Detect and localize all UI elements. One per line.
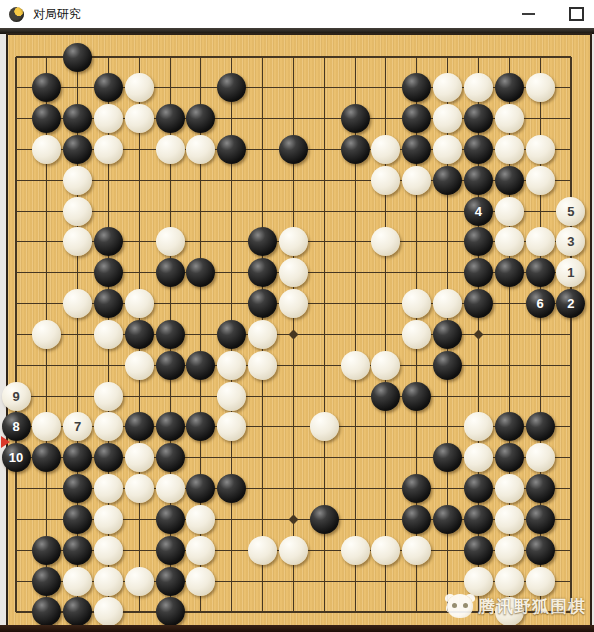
stone-white[interactable] bbox=[495, 474, 524, 503]
stone-white[interactable] bbox=[464, 443, 493, 472]
stone-black[interactable] bbox=[526, 289, 555, 318]
stone-white[interactable] bbox=[371, 135, 400, 164]
stone-black[interactable] bbox=[526, 258, 555, 287]
stone-black[interactable] bbox=[341, 135, 370, 164]
stone-black[interactable] bbox=[32, 443, 61, 472]
stone-white[interactable] bbox=[186, 536, 215, 565]
stone-black[interactable] bbox=[156, 104, 185, 133]
stone-black[interactable] bbox=[156, 320, 185, 349]
stone-white[interactable] bbox=[156, 474, 185, 503]
stone-white[interactable] bbox=[371, 166, 400, 195]
stone-white[interactable] bbox=[94, 536, 123, 565]
stone-white[interactable] bbox=[217, 351, 246, 380]
stone-white[interactable] bbox=[495, 135, 524, 164]
stone-black[interactable] bbox=[217, 135, 246, 164]
stone-black[interactable] bbox=[526, 505, 555, 534]
stone-white[interactable] bbox=[125, 443, 154, 472]
stone-white[interactable] bbox=[125, 104, 154, 133]
stone-black[interactable] bbox=[402, 104, 431, 133]
stone-white[interactable] bbox=[279, 536, 308, 565]
stone-white[interactable] bbox=[279, 289, 308, 318]
stone-black[interactable] bbox=[464, 166, 493, 195]
stone-white[interactable] bbox=[371, 536, 400, 565]
stone-black[interactable] bbox=[310, 505, 339, 534]
grid-vline bbox=[15, 57, 17, 612]
stone-white[interactable] bbox=[310, 412, 339, 441]
stone-black[interactable] bbox=[32, 104, 61, 133]
stone-white[interactable] bbox=[433, 73, 462, 102]
stone-white[interactable] bbox=[495, 104, 524, 133]
star-point bbox=[289, 330, 299, 340]
stone-black[interactable] bbox=[63, 597, 92, 626]
stone-black[interactable] bbox=[156, 505, 185, 534]
stone-white[interactable] bbox=[495, 227, 524, 256]
stone-white[interactable] bbox=[433, 104, 462, 133]
stone-black[interactable] bbox=[464, 227, 493, 256]
stone-white[interactable] bbox=[217, 382, 246, 411]
stone-black[interactable] bbox=[402, 382, 431, 411]
stone-black[interactable] bbox=[156, 567, 185, 596]
last-move-marker bbox=[1, 436, 10, 448]
stone-black[interactable] bbox=[217, 73, 246, 102]
stone-white[interactable] bbox=[63, 289, 92, 318]
stone-black[interactable] bbox=[526, 474, 555, 503]
stone-black[interactable] bbox=[32, 597, 61, 626]
stone-black[interactable] bbox=[495, 166, 524, 195]
stone-white[interactable] bbox=[402, 536, 431, 565]
stone-black[interactable] bbox=[186, 351, 215, 380]
stone-white[interactable] bbox=[248, 536, 277, 565]
board-frame-bottom-edge bbox=[0, 625, 594, 632]
stone-white[interactable] bbox=[156, 135, 185, 164]
stone-white[interactable] bbox=[156, 227, 185, 256]
stone-black[interactable] bbox=[402, 73, 431, 102]
stone-black[interactable] bbox=[63, 536, 92, 565]
stone-black[interactable] bbox=[464, 505, 493, 534]
stone-black[interactable] bbox=[433, 351, 462, 380]
stone-white[interactable] bbox=[556, 258, 585, 287]
stone-black[interactable] bbox=[526, 536, 555, 565]
stone-black[interactable] bbox=[248, 258, 277, 287]
stone-white[interactable] bbox=[94, 505, 123, 534]
stone-white[interactable] bbox=[94, 382, 123, 411]
stone-white[interactable] bbox=[186, 135, 215, 164]
stone-black[interactable] bbox=[125, 320, 154, 349]
stone-black[interactable] bbox=[371, 382, 400, 411]
stone-white[interactable] bbox=[402, 320, 431, 349]
stone-black[interactable] bbox=[464, 104, 493, 133]
stone-black[interactable] bbox=[32, 567, 61, 596]
stone-white[interactable] bbox=[526, 166, 555, 195]
stone-black[interactable] bbox=[217, 474, 246, 503]
stone-black[interactable] bbox=[63, 443, 92, 472]
stone-black[interactable] bbox=[186, 474, 215, 503]
stone-black[interactable] bbox=[156, 597, 185, 626]
stone-white[interactable] bbox=[94, 320, 123, 349]
star-point bbox=[473, 330, 483, 340]
stone-black[interactable] bbox=[32, 536, 61, 565]
stone-black[interactable] bbox=[402, 505, 431, 534]
stone-white[interactable] bbox=[125, 567, 154, 596]
stone-white[interactable] bbox=[495, 197, 524, 226]
stone-black[interactable] bbox=[94, 227, 123, 256]
stone-white[interactable] bbox=[402, 289, 431, 318]
stone-black[interactable] bbox=[495, 258, 524, 287]
stone-black[interactable] bbox=[464, 474, 493, 503]
stone-white[interactable] bbox=[341, 536, 370, 565]
stone-black[interactable] bbox=[156, 443, 185, 472]
board-layer: 12345678910 bbox=[0, 0, 594, 632]
stone-white[interactable] bbox=[125, 73, 154, 102]
stone-white[interactable] bbox=[433, 289, 462, 318]
stone-white[interactable] bbox=[63, 197, 92, 226]
stone-black[interactable] bbox=[156, 412, 185, 441]
stone-white[interactable] bbox=[63, 227, 92, 256]
stone-black[interactable] bbox=[464, 135, 493, 164]
stone-white[interactable] bbox=[125, 289, 154, 318]
stone-black[interactable] bbox=[464, 197, 493, 226]
stone-white[interactable] bbox=[495, 536, 524, 565]
stone-black[interactable] bbox=[94, 73, 123, 102]
stone-black[interactable] bbox=[464, 536, 493, 565]
star-point bbox=[289, 514, 299, 524]
stone-white[interactable] bbox=[556, 227, 585, 256]
stone-white[interactable] bbox=[464, 412, 493, 441]
stone-black[interactable] bbox=[186, 258, 215, 287]
stone-white[interactable] bbox=[464, 73, 493, 102]
stone-white[interactable] bbox=[495, 505, 524, 534]
stone-black[interactable] bbox=[495, 412, 524, 441]
stone-white[interactable] bbox=[94, 135, 123, 164]
stone-black[interactable] bbox=[402, 474, 431, 503]
stone-black[interactable] bbox=[94, 258, 123, 287]
stone-black[interactable] bbox=[433, 166, 462, 195]
stone-white[interactable] bbox=[94, 567, 123, 596]
stone-white[interactable] bbox=[526, 443, 555, 472]
stone-black[interactable] bbox=[495, 443, 524, 472]
stone-white[interactable] bbox=[2, 382, 31, 411]
stone-white[interactable] bbox=[248, 320, 277, 349]
stone-black[interactable] bbox=[464, 289, 493, 318]
stone-white[interactable] bbox=[63, 412, 92, 441]
stone-white[interactable] bbox=[341, 351, 370, 380]
stone-white[interactable] bbox=[63, 166, 92, 195]
stone-black[interactable] bbox=[94, 443, 123, 472]
stone-white[interactable] bbox=[94, 597, 123, 626]
stone-white[interactable] bbox=[371, 351, 400, 380]
stone-black[interactable] bbox=[63, 505, 92, 534]
stone-white[interactable] bbox=[125, 351, 154, 380]
stone-white[interactable] bbox=[495, 567, 524, 596]
stone-white[interactable] bbox=[125, 474, 154, 503]
stone-black[interactable] bbox=[464, 258, 493, 287]
stone-black[interactable] bbox=[248, 227, 277, 256]
stone-white[interactable] bbox=[94, 104, 123, 133]
stone-white[interactable] bbox=[63, 567, 92, 596]
stone-black[interactable] bbox=[63, 43, 92, 72]
stone-white[interactable] bbox=[94, 412, 123, 441]
stone-white[interactable] bbox=[32, 412, 61, 441]
stone-black[interactable] bbox=[156, 536, 185, 565]
stone-white[interactable] bbox=[402, 166, 431, 195]
stone-black[interactable] bbox=[156, 258, 185, 287]
stone-black[interactable] bbox=[94, 289, 123, 318]
stone-black[interactable] bbox=[32, 73, 61, 102]
stone-black[interactable] bbox=[433, 505, 462, 534]
stone-white[interactable] bbox=[526, 227, 555, 256]
stone-black[interactable] bbox=[526, 412, 555, 441]
stone-black[interactable] bbox=[217, 320, 246, 349]
stone-black[interactable] bbox=[433, 443, 462, 472]
stone-black[interactable] bbox=[156, 351, 185, 380]
stone-black[interactable] bbox=[186, 412, 215, 441]
stone-black[interactable] bbox=[186, 104, 215, 133]
stone-white[interactable] bbox=[186, 505, 215, 534]
stone-black[interactable] bbox=[402, 135, 431, 164]
stone-white[interactable] bbox=[217, 412, 246, 441]
stone-white[interactable] bbox=[433, 135, 462, 164]
stone-black[interactable] bbox=[63, 474, 92, 503]
stone-black[interactable] bbox=[341, 104, 370, 133]
stone-white[interactable] bbox=[279, 227, 308, 256]
stone-black[interactable] bbox=[495, 73, 524, 102]
stone-white[interactable] bbox=[556, 197, 585, 226]
stone-black[interactable] bbox=[63, 135, 92, 164]
stone-white[interactable] bbox=[279, 258, 308, 287]
stone-white[interactable] bbox=[32, 320, 61, 349]
stone-black[interactable] bbox=[125, 412, 154, 441]
stone-black[interactable] bbox=[279, 135, 308, 164]
stone-white[interactable] bbox=[371, 227, 400, 256]
stone-white[interactable] bbox=[526, 567, 555, 596]
stone-black[interactable] bbox=[63, 104, 92, 133]
stone-white[interactable] bbox=[248, 351, 277, 380]
stone-white[interactable] bbox=[495, 597, 524, 626]
stone-black[interactable] bbox=[433, 320, 462, 349]
stone-white[interactable] bbox=[526, 73, 555, 102]
grid-vline bbox=[570, 57, 572, 612]
stone-white[interactable] bbox=[186, 567, 215, 596]
stone-black[interactable] bbox=[248, 289, 277, 318]
stone-white[interactable] bbox=[526, 135, 555, 164]
stone-white[interactable] bbox=[94, 474, 123, 503]
stone-white[interactable] bbox=[464, 567, 493, 596]
stone-black[interactable] bbox=[556, 289, 585, 318]
stone-white[interactable] bbox=[32, 135, 61, 164]
